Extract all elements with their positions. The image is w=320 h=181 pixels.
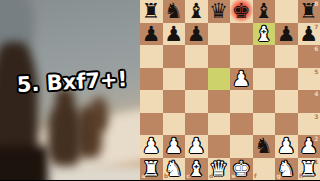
black-bishop-piece[interactable]: ♝ bbox=[187, 0, 206, 22]
white-pawn-piece[interactable]: ♟ bbox=[142, 135, 161, 158]
square-f5[interactable] bbox=[253, 68, 276, 91]
square-f7[interactable]: ♝ bbox=[253, 23, 276, 46]
square-c6[interactable] bbox=[185, 45, 208, 68]
blurred-corner-shadow bbox=[0, 146, 48, 180]
rank-label-2: 2 bbox=[314, 136, 318, 142]
square-c4[interactable] bbox=[185, 90, 208, 113]
square-h8[interactable]: ♜8 bbox=[298, 0, 320, 23]
square-a2[interactable]: ♟ bbox=[140, 135, 163, 158]
square-g6[interactable] bbox=[275, 45, 298, 68]
square-d4[interactable] bbox=[208, 90, 231, 113]
square-d1[interactable]: ♛d bbox=[208, 158, 231, 181]
blurred-pawn-near bbox=[48, 100, 82, 166]
white-pawn-piece[interactable]: ♟ bbox=[164, 135, 183, 158]
square-e8[interactable]: ♚ bbox=[230, 0, 253, 23]
square-c5[interactable] bbox=[185, 68, 208, 91]
square-h3[interactable]: 3 bbox=[298, 113, 320, 136]
square-a1[interactable]: ♜a bbox=[140, 158, 163, 181]
square-g2[interactable]: ♟ bbox=[275, 135, 298, 158]
square-f4[interactable] bbox=[253, 90, 276, 113]
square-a8[interactable]: ♜ bbox=[140, 0, 163, 23]
square-c2[interactable]: ♟ bbox=[185, 135, 208, 158]
black-rook-piece[interactable]: ♜ bbox=[142, 0, 161, 22]
square-h7[interactable]: ♟7 bbox=[298, 23, 320, 46]
square-f2[interactable]: ♞ bbox=[253, 135, 276, 158]
square-a5[interactable] bbox=[140, 68, 163, 91]
white-pawn-piece[interactable]: ♟ bbox=[232, 67, 251, 90]
square-e6[interactable] bbox=[230, 45, 253, 68]
square-d5[interactable] bbox=[208, 68, 231, 91]
square-b7[interactable]: ♟ bbox=[163, 23, 186, 46]
square-d8[interactable]: ♛ bbox=[208, 0, 231, 23]
square-b1[interactable]: ♞b bbox=[163, 158, 186, 181]
square-c1[interactable]: ♝c bbox=[185, 158, 208, 181]
square-b8[interactable]: ♞ bbox=[163, 0, 186, 23]
square-f8[interactable]: ♝ bbox=[253, 0, 276, 23]
square-h5[interactable]: 5 bbox=[298, 68, 320, 91]
square-e4[interactable] bbox=[230, 90, 253, 113]
square-b3[interactable] bbox=[163, 113, 186, 136]
chess-board[interactable]: ♜♞♝♛♚♝♜8♟♟♟♝♟♟76♟543♟♟♟♞♟♟2♜a♞b♝c♛d♚ef♞g… bbox=[140, 0, 320, 180]
square-a7[interactable]: ♟ bbox=[140, 23, 163, 46]
black-knight-piece[interactable]: ♞ bbox=[164, 0, 183, 22]
square-g7[interactable]: ♟ bbox=[275, 23, 298, 46]
rank-label-6: 6 bbox=[314, 46, 318, 52]
square-g3[interactable] bbox=[275, 113, 298, 136]
square-h4[interactable]: 4 bbox=[298, 90, 320, 113]
square-d3[interactable] bbox=[208, 113, 231, 136]
square-a3[interactable] bbox=[140, 113, 163, 136]
square-b2[interactable]: ♟ bbox=[163, 135, 186, 158]
square-h2[interactable]: ♟2 bbox=[298, 135, 320, 158]
square-e2[interactable] bbox=[230, 135, 253, 158]
square-g1[interactable]: ♞g bbox=[275, 158, 298, 181]
square-e1[interactable]: ♚e bbox=[230, 158, 253, 181]
square-d7[interactable] bbox=[208, 23, 231, 46]
square-e5[interactable]: ♟ bbox=[230, 68, 253, 91]
square-c3[interactable] bbox=[185, 113, 208, 136]
black-pawn-piece[interactable]: ♟ bbox=[187, 22, 206, 45]
square-a6[interactable] bbox=[140, 45, 163, 68]
black-king-piece[interactable]: ♚ bbox=[232, 0, 251, 22]
file-label-a: a bbox=[142, 173, 146, 179]
square-f1[interactable]: f bbox=[253, 158, 276, 181]
file-label-b: b bbox=[164, 173, 168, 179]
square-d2[interactable] bbox=[208, 135, 231, 158]
square-b4[interactable] bbox=[163, 90, 186, 113]
thumbnail: 5. Bxf7+! ♜♞♝♛♚♝♜8♟♟♟♝♟♟76♟543♟♟♟♞♟♟2♜a♞… bbox=[0, 0, 320, 180]
square-f6[interactable] bbox=[253, 45, 276, 68]
square-c7[interactable]: ♟ bbox=[185, 23, 208, 46]
black-pawn-piece[interactable]: ♟ bbox=[142, 22, 161, 45]
square-b6[interactable] bbox=[163, 45, 186, 68]
file-label-d: d bbox=[209, 173, 213, 179]
rank-label-5: 5 bbox=[314, 69, 318, 75]
square-g4[interactable] bbox=[275, 90, 298, 113]
square-e3[interactable] bbox=[230, 113, 253, 136]
square-b5[interactable] bbox=[163, 68, 186, 91]
square-f3[interactable] bbox=[253, 113, 276, 136]
rank-label-3: 3 bbox=[314, 114, 318, 120]
black-pawn-piece[interactable]: ♟ bbox=[277, 22, 296, 45]
file-label-f: f bbox=[254, 173, 257, 179]
square-h6[interactable]: 6 bbox=[298, 45, 320, 68]
black-queen-piece[interactable]: ♛ bbox=[209, 0, 228, 22]
square-e7[interactable] bbox=[230, 23, 253, 46]
square-g5[interactable] bbox=[275, 68, 298, 91]
file-label-g: g bbox=[277, 173, 281, 179]
file-label-c: c bbox=[187, 173, 191, 179]
file-label-e: e bbox=[232, 173, 236, 179]
black-bishop-piece[interactable]: ♝ bbox=[254, 0, 273, 22]
square-c8[interactable]: ♝ bbox=[185, 0, 208, 23]
white-bishop-piece[interactable]: ♝ bbox=[254, 22, 273, 45]
rank-label-4: 4 bbox=[314, 91, 318, 97]
white-pawn-piece[interactable]: ♟ bbox=[277, 135, 296, 158]
black-knight-piece[interactable]: ♞ bbox=[254, 135, 273, 158]
rank-label-8: 8 bbox=[314, 1, 318, 7]
square-h1[interactable]: ♜1h bbox=[298, 158, 320, 181]
white-pawn-piece[interactable]: ♟ bbox=[187, 135, 206, 158]
rank-label-7: 7 bbox=[314, 24, 318, 30]
square-g8[interactable] bbox=[275, 0, 298, 23]
square-d6[interactable] bbox=[208, 45, 231, 68]
file-label-h: h bbox=[299, 173, 303, 179]
rank-label-1: 1 bbox=[314, 159, 318, 165]
square-a4[interactable] bbox=[140, 90, 163, 113]
black-pawn-piece[interactable]: ♟ bbox=[164, 22, 183, 45]
